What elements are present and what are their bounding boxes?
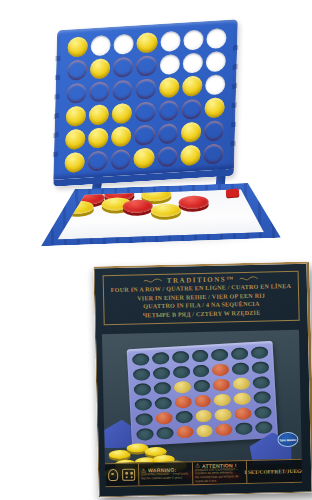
empty-slot bbox=[192, 365, 210, 378]
yellow-disc bbox=[204, 97, 225, 118]
empty-slot bbox=[191, 350, 209, 363]
yellow-disc bbox=[90, 58, 111, 79]
box-title-panel: TRADITIONS™ FOUR IN A ROW / QUATRE EN LI… bbox=[103, 271, 300, 325]
empty-slot bbox=[253, 391, 271, 404]
empty-slot bbox=[114, 34, 135, 55]
empty-slot bbox=[211, 348, 229, 361]
red-disc bbox=[66, 83, 87, 104]
red-disc bbox=[135, 101, 156, 122]
empty-slot bbox=[175, 411, 193, 424]
box-board-grid bbox=[132, 346, 273, 441]
contents-label: 1 SET/COFFRET/JUEGO bbox=[246, 460, 302, 483]
red-disc bbox=[216, 423, 234, 436]
yellow-loose-disc bbox=[109, 450, 131, 459]
empty-slot bbox=[91, 35, 112, 56]
empty-slot bbox=[133, 368, 151, 381]
players-pictogram-icon bbox=[122, 469, 135, 481]
flourish-right-icon bbox=[239, 276, 259, 282]
main-board-grid bbox=[64, 28, 226, 173]
yellow-disc bbox=[137, 32, 158, 53]
red-disc bbox=[176, 426, 194, 439]
empty-slot bbox=[206, 28, 227, 49]
yellow-disc bbox=[195, 410, 213, 423]
empty-slot bbox=[254, 406, 272, 419]
yellow-disc bbox=[64, 152, 85, 173]
red-disc bbox=[67, 59, 88, 80]
red-disc bbox=[157, 123, 178, 144]
panel-left-notches bbox=[53, 42, 61, 168]
red-disc bbox=[88, 150, 109, 171]
red-disc bbox=[158, 100, 179, 121]
empty-slot bbox=[182, 52, 203, 73]
product-photo-open-game bbox=[30, 8, 282, 246]
red-disc bbox=[203, 143, 224, 164]
empty-slot bbox=[154, 397, 172, 410]
empty-slot bbox=[205, 74, 226, 95]
empty-slot bbox=[255, 421, 273, 434]
yellow-disc bbox=[234, 392, 252, 405]
red-disc bbox=[212, 363, 230, 376]
empty-slot bbox=[134, 383, 152, 396]
red-loose-disc bbox=[178, 195, 208, 209]
empty-slot bbox=[153, 382, 171, 395]
spinmaster-logo: Spin Master bbox=[277, 432, 298, 447]
red-disc bbox=[136, 78, 157, 99]
empty-slot bbox=[156, 427, 174, 440]
empty-slot bbox=[205, 51, 226, 72]
red-disc bbox=[204, 120, 225, 141]
red-disc bbox=[213, 378, 231, 391]
warning-en-block: ⚠ WARNING: CHOKING HAZARD – Small parts.… bbox=[138, 462, 192, 485]
red-disc bbox=[136, 55, 157, 76]
red-disc bbox=[89, 81, 110, 102]
red-disc bbox=[134, 124, 155, 145]
box-photo-area: Spin Master ⚠ WARNING: CHOKING HAZARD – … bbox=[102, 330, 302, 487]
empty-slot bbox=[183, 29, 204, 50]
empty-slot bbox=[252, 361, 270, 374]
empty-slot bbox=[235, 422, 253, 435]
red-disc bbox=[157, 146, 178, 167]
yellow-disc bbox=[173, 381, 191, 394]
empty-slot bbox=[231, 347, 249, 360]
panel-right-notches bbox=[230, 31, 238, 157]
yellow-disc bbox=[215, 408, 233, 421]
yellow-disc bbox=[111, 126, 132, 147]
yellow-disc bbox=[66, 106, 87, 127]
red-disc bbox=[111, 149, 132, 170]
warning-fr-body-2: Ne convient pas aux enfants de moins de … bbox=[195, 475, 244, 484]
yellow-disc bbox=[181, 122, 202, 143]
yellow-disc bbox=[134, 148, 155, 169]
yellow-disc bbox=[67, 36, 88, 57]
yellow-disc bbox=[214, 393, 232, 406]
empty-slot bbox=[152, 352, 170, 365]
warning-strip: ⚠ WARNING: CHOKING HAZARD – Small parts.… bbox=[105, 459, 302, 487]
warning-en-body-2: Not for children under 3 years. bbox=[141, 477, 183, 482]
red-disc bbox=[155, 412, 173, 425]
empty-slot bbox=[160, 31, 181, 52]
connect-four-board-panel bbox=[53, 19, 238, 187]
empty-slot bbox=[159, 54, 180, 75]
yellow-disc bbox=[180, 145, 201, 166]
empty-slot bbox=[132, 353, 150, 366]
red-disc bbox=[112, 80, 133, 101]
empty-slot bbox=[135, 413, 153, 426]
yellow-disc bbox=[182, 75, 203, 96]
red-disc bbox=[174, 396, 192, 409]
yellow-disc bbox=[159, 77, 180, 98]
red-disc bbox=[113, 57, 134, 78]
disc-release-slider bbox=[226, 188, 240, 197]
red-disc bbox=[181, 99, 202, 120]
empty-slot bbox=[232, 362, 250, 375]
fold-out-base-frame bbox=[39, 182, 281, 246]
yellow-disc bbox=[65, 129, 86, 150]
flourish-left-icon bbox=[143, 278, 163, 284]
yellow-disc bbox=[89, 104, 110, 125]
red-disc bbox=[234, 407, 252, 420]
yellow-disc bbox=[233, 377, 251, 390]
empty-slot bbox=[251, 346, 269, 359]
empty-slot bbox=[135, 398, 153, 411]
red-loose-disc bbox=[122, 199, 152, 213]
age-pictogram-icon bbox=[108, 469, 118, 481]
warning-fr-block: ⚠ ATTENTION ! DANGER D'ÉTOUFFEMENT – Con… bbox=[192, 461, 246, 484]
red-disc bbox=[194, 395, 212, 408]
product-box: TRADITIONS™ FOUR IN A ROW / QUATRE EN LI… bbox=[93, 262, 312, 498]
empty-slot bbox=[136, 428, 154, 441]
empty-slot bbox=[172, 351, 190, 364]
yellow-disc bbox=[88, 127, 109, 148]
empty-slot bbox=[253, 376, 271, 389]
yellow-disc bbox=[196, 425, 214, 438]
yellow-disc bbox=[112, 103, 133, 124]
empty-slot bbox=[153, 367, 171, 380]
empty-slot bbox=[193, 380, 211, 393]
box-photo-board bbox=[127, 341, 278, 446]
yellow-loose-disc bbox=[151, 203, 181, 217]
empty-slot bbox=[172, 366, 190, 379]
safety-pictograms bbox=[105, 464, 138, 487]
